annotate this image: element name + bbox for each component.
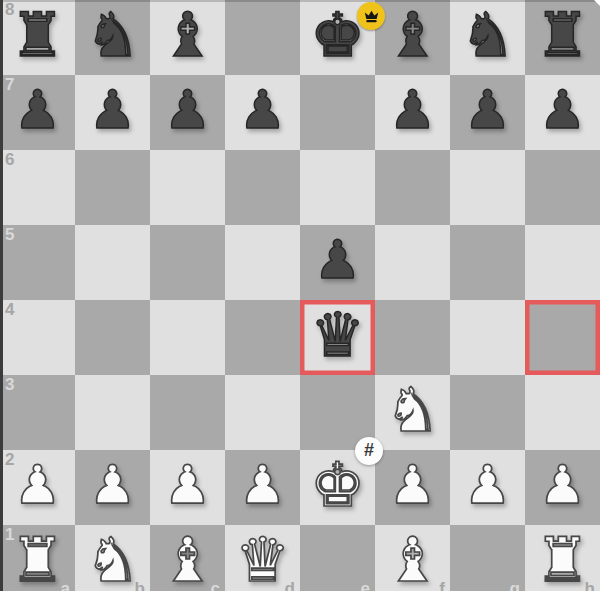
square-f7[interactable]: ♟ [375, 75, 450, 150]
chess-board: 8♜♞♝♚♝♞♜7♟♟♟♟♟♟♟65♟4♛3♞2♟♟♟♟♚♟♟♟1a♜b♞c♝d… [0, 0, 600, 591]
square-f1[interactable]: f♝ [375, 525, 450, 591]
square-c7[interactable]: ♟ [150, 75, 225, 150]
square-e4[interactable]: ♛ [300, 300, 375, 375]
square-a8[interactable]: 8♜ [0, 0, 75, 75]
piece-black-rook-h8[interactable]: ♜ [535, 0, 590, 72]
piece-black-pawn-b7[interactable]: ♟ [89, 72, 137, 147]
piece-black-bishop-f8[interactable]: ♝ [385, 0, 440, 72]
square-d6[interactable] [225, 150, 300, 225]
top-edge-shadow [0, 0, 600, 2]
square-b2[interactable]: ♟ [75, 450, 150, 525]
piece-black-pawn-f7[interactable]: ♟ [389, 72, 437, 147]
winner-crown-badge [357, 2, 385, 30]
piece-black-pawn-d7[interactable]: ♟ [239, 72, 287, 147]
piece-white-queen-d1[interactable]: ♛ [235, 522, 290, 591]
square-a3[interactable]: 3 [0, 375, 75, 450]
rank-label-4: 4 [5, 301, 14, 320]
square-b5[interactable] [75, 225, 150, 300]
piece-white-pawn-c2[interactable]: ♟ [164, 447, 212, 522]
square-b8[interactable]: ♞ [75, 0, 150, 75]
square-b4[interactable] [75, 300, 150, 375]
chess-board-container: 8♜♞♝♚♝♞♜7♟♟♟♟♟♟♟65♟4♛3♞2♟♟♟♟♚♟♟♟1a♜b♞c♝d… [0, 0, 600, 591]
square-g3[interactable] [450, 375, 525, 450]
piece-white-bishop-f1[interactable]: ♝ [385, 522, 440, 591]
square-c8[interactable]: ♝ [150, 0, 225, 75]
piece-white-pawn-f2[interactable]: ♟ [389, 447, 437, 522]
square-g4[interactable] [450, 300, 525, 375]
piece-white-pawn-b2[interactable]: ♟ [89, 447, 137, 522]
square-b1[interactable]: b♞ [75, 525, 150, 591]
file-label-g: g [510, 580, 520, 591]
square-c2[interactable]: ♟ [150, 450, 225, 525]
square-f5[interactable] [375, 225, 450, 300]
square-d7[interactable]: ♟ [225, 75, 300, 150]
square-f8[interactable]: ♝ [375, 0, 450, 75]
checkmate-badge: # [355, 437, 383, 465]
square-a7[interactable]: 7♟ [0, 75, 75, 150]
piece-black-pawn-e5[interactable]: ♟ [314, 222, 362, 297]
square-g2[interactable]: ♟ [450, 450, 525, 525]
rank-label-6: 6 [5, 151, 14, 170]
piece-black-pawn-g7[interactable]: ♟ [464, 72, 512, 147]
piece-white-knight-f3[interactable]: ♞ [385, 372, 440, 447]
square-c1[interactable]: c♝ [150, 525, 225, 591]
piece-black-bishop-c8[interactable]: ♝ [160, 0, 215, 72]
piece-white-knight-b1[interactable]: ♞ [85, 522, 140, 591]
square-h5[interactable] [525, 225, 600, 300]
piece-black-knight-g8[interactable]: ♞ [460, 0, 515, 72]
crown-icon [363, 8, 380, 25]
square-d2[interactable]: ♟ [225, 450, 300, 525]
square-h3[interactable] [525, 375, 600, 450]
square-f2[interactable]: ♟ [375, 450, 450, 525]
square-a2[interactable]: 2♟ [0, 450, 75, 525]
piece-white-rook-a1[interactable]: ♜ [10, 522, 65, 591]
square-c5[interactable] [150, 225, 225, 300]
piece-black-pawn-a7[interactable]: ♟ [14, 72, 62, 147]
square-c3[interactable] [150, 375, 225, 450]
rank-label-5: 5 [5, 226, 14, 245]
square-f6[interactable] [375, 150, 450, 225]
square-g7[interactable]: ♟ [450, 75, 525, 150]
square-h8[interactable]: ♜ [525, 0, 600, 75]
square-c4[interactable] [150, 300, 225, 375]
piece-white-rook-h1[interactable]: ♜ [535, 522, 590, 591]
piece-white-pawn-g2[interactable]: ♟ [464, 447, 512, 522]
piece-black-queen-e4[interactable]: ♛ [310, 297, 365, 372]
square-c6[interactable] [150, 150, 225, 225]
square-a5[interactable]: 5 [0, 225, 75, 300]
square-h7[interactable]: ♟ [525, 75, 600, 150]
square-d4[interactable] [225, 300, 300, 375]
square-g5[interactable] [450, 225, 525, 300]
square-g8[interactable]: ♞ [450, 0, 525, 75]
square-e6[interactable] [300, 150, 375, 225]
checkmate-symbol: # [364, 441, 374, 459]
piece-black-knight-b8[interactable]: ♞ [85, 0, 140, 72]
piece-white-pawn-a2[interactable]: ♟ [14, 447, 62, 522]
square-h4[interactable] [525, 300, 600, 375]
square-h2[interactable]: ♟ [525, 450, 600, 525]
square-f3[interactable]: ♞ [375, 375, 450, 450]
square-b3[interactable] [75, 375, 150, 450]
square-d5[interactable] [225, 225, 300, 300]
piece-black-pawn-c7[interactable]: ♟ [164, 72, 212, 147]
piece-black-rook-a8[interactable]: ♜ [10, 0, 65, 72]
square-d3[interactable] [225, 375, 300, 450]
square-e7[interactable] [300, 75, 375, 150]
piece-white-pawn-d2[interactable]: ♟ [239, 447, 287, 522]
square-h6[interactable] [525, 150, 600, 225]
square-d8[interactable] [225, 0, 300, 75]
piece-black-pawn-h7[interactable]: ♟ [539, 72, 587, 147]
piece-black-king-e8[interactable]: ♚ [310, 0, 365, 72]
rank-label-3: 3 [5, 376, 14, 395]
square-d1[interactable]: d♛ [225, 525, 300, 591]
square-b7[interactable]: ♟ [75, 75, 150, 150]
square-a6[interactable]: 6 [0, 150, 75, 225]
piece-white-pawn-h2[interactable]: ♟ [539, 447, 587, 522]
square-b6[interactable] [75, 150, 150, 225]
square-f4[interactable] [375, 300, 450, 375]
square-e1[interactable]: e [300, 525, 375, 591]
file-label-e: e [361, 580, 370, 591]
square-a4[interactable]: 4 [0, 300, 75, 375]
left-edge-shadow [0, 0, 3, 591]
piece-white-bishop-c1[interactable]: ♝ [160, 522, 215, 591]
square-h1[interactable]: h♜ [525, 525, 600, 591]
file-label-f: f [439, 580, 445, 591]
square-g6[interactable] [450, 150, 525, 225]
square-g1[interactable]: g [450, 525, 525, 591]
square-a1[interactable]: 1a♜ [0, 525, 75, 591]
square-e5[interactable]: ♟ [300, 225, 375, 300]
